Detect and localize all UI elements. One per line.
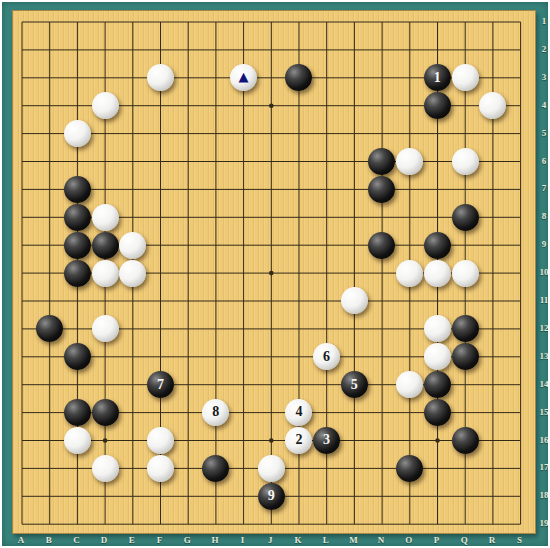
- black-stone-Q16: [452, 427, 479, 454]
- col-label-S: S: [517, 535, 522, 545]
- white-stone-P13: [424, 343, 451, 370]
- white-stone-E10: [119, 260, 146, 287]
- black-stone-Q12: [452, 315, 479, 342]
- row-label-19: 19: [537, 518, 550, 528]
- white-stone-K16: 2: [285, 427, 312, 454]
- col-label-J: J: [268, 535, 273, 545]
- white-stone-L13: 6: [313, 343, 340, 370]
- black-stone-C10: [64, 260, 91, 287]
- row-label-6: 6: [537, 156, 550, 166]
- col-label-H: H: [211, 535, 218, 545]
- black-stone-J18: 9: [258, 483, 285, 510]
- white-stone-E9: [119, 232, 146, 259]
- row-label-14: 14: [537, 379, 550, 389]
- row-label-8: 8: [537, 211, 550, 221]
- black-stone-C15: [64, 399, 91, 426]
- black-stone-N9: [368, 232, 395, 259]
- black-stone-P15: [424, 399, 451, 426]
- black-stone-P14: [424, 371, 451, 398]
- move-number-label: 7: [157, 378, 164, 392]
- white-stone-D10: [92, 260, 119, 287]
- white-stone-C5: [64, 120, 91, 147]
- move-number-label: 5: [351, 378, 358, 392]
- move-number-label: 1: [434, 71, 441, 85]
- row-label-17: 17: [537, 462, 550, 472]
- col-label-L: L: [323, 535, 329, 545]
- col-label-N: N: [378, 535, 385, 545]
- white-stone-Q10: [452, 260, 479, 287]
- go-diagram: ▲167584239 ABCDEFGHIJKLMNOPQRS 123456789…: [0, 0, 550, 548]
- black-stone-N6: [368, 148, 395, 175]
- col-label-B: B: [46, 535, 52, 545]
- col-label-A: A: [18, 535, 25, 545]
- move-number-label: 3: [323, 433, 330, 447]
- white-stone-D4: [92, 92, 119, 119]
- black-stone-O17: [396, 455, 423, 482]
- white-stone-I3: ▲: [230, 64, 257, 91]
- black-stone-Q8: [452, 204, 479, 231]
- row-label-13: 13: [537, 351, 550, 361]
- white-stone-D8: [92, 204, 119, 231]
- white-stone-K15: 4: [285, 399, 312, 426]
- black-stone-P9: [424, 232, 451, 259]
- col-label-K: K: [294, 535, 301, 545]
- black-stone-C13: [64, 343, 91, 370]
- white-stone-F17: [147, 455, 174, 482]
- row-label-9: 9: [537, 239, 550, 249]
- white-stone-P10: [424, 260, 451, 287]
- white-stone-O6: [396, 148, 423, 175]
- col-label-P: P: [434, 535, 440, 545]
- white-stone-D12: [92, 315, 119, 342]
- col-label-C: C: [73, 535, 80, 545]
- white-stone-O14: [396, 371, 423, 398]
- col-label-R: R: [489, 535, 496, 545]
- black-stone-P3: 1: [424, 64, 451, 91]
- white-stone-P12: [424, 315, 451, 342]
- col-label-F: F: [157, 535, 163, 545]
- black-stone-F14: 7: [147, 371, 174, 398]
- row-label-5: 5: [537, 128, 550, 138]
- black-stone-C9: [64, 232, 91, 259]
- board-grid[interactable]: ▲167584239: [8, 8, 534, 538]
- white-stone-F3: [147, 64, 174, 91]
- row-label-12: 12: [537, 323, 550, 333]
- row-label-18: 18: [537, 490, 550, 500]
- black-stone-K3: [285, 64, 312, 91]
- row-label-10: 10: [537, 267, 550, 277]
- row-label-4: 4: [537, 100, 550, 110]
- white-stone-D17: [92, 455, 119, 482]
- white-stone-H15: 8: [202, 399, 229, 426]
- row-label-11: 11: [537, 295, 550, 305]
- black-stone-P4: [424, 92, 451, 119]
- white-stone-F16: [147, 427, 174, 454]
- white-stone-R4: [479, 92, 506, 119]
- black-stone-C7: [64, 176, 91, 203]
- white-stone-Q3: [452, 64, 479, 91]
- col-label-Q: Q: [461, 535, 468, 545]
- black-stone-D9: [92, 232, 119, 259]
- black-stone-H17: [202, 455, 229, 482]
- white-stone-O10: [396, 260, 423, 287]
- row-label-1: 1: [537, 16, 550, 26]
- black-stone-D15: [92, 399, 119, 426]
- move-number-label: 6: [323, 350, 330, 364]
- col-label-M: M: [349, 535, 358, 545]
- black-stone-L16: 3: [313, 427, 340, 454]
- white-stone-J17: [258, 455, 285, 482]
- row-label-15: 15: [537, 407, 550, 417]
- triangle-marker-icon: ▲: [239, 70, 249, 83]
- row-label-3: 3: [537, 72, 550, 82]
- black-stone-N7: [368, 176, 395, 203]
- col-label-O: O: [405, 535, 412, 545]
- move-number-label: 9: [268, 489, 275, 503]
- black-stone-C8: [64, 204, 91, 231]
- col-label-I: I: [241, 535, 245, 545]
- col-label-E: E: [129, 535, 135, 545]
- row-label-16: 16: [537, 435, 550, 445]
- move-number-label: 8: [212, 405, 219, 419]
- white-stone-Q6: [452, 148, 479, 175]
- go-board[interactable]: ▲167584239: [12, 10, 536, 534]
- white-stone-M11: [341, 287, 368, 314]
- move-number-label: 2: [295, 433, 302, 447]
- row-label-2: 2: [537, 44, 550, 54]
- black-stone-Q13: [452, 343, 479, 370]
- white-stone-C16: [64, 427, 91, 454]
- row-label-7: 7: [537, 183, 550, 193]
- black-stone-B12: [36, 315, 63, 342]
- col-label-G: G: [184, 535, 191, 545]
- black-stone-M14: 5: [341, 371, 368, 398]
- col-label-D: D: [101, 535, 108, 545]
- move-number-label: 4: [295, 405, 302, 419]
